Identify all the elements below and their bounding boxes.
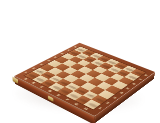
product-photo-scene: ABCDEFGH 12345678 12345678 ♜♞♝♛♚♝♞♜♟♟♟♟♟… <box>0 0 160 123</box>
piece-glyph: ♟ <box>121 66 143 77</box>
brass-clasp <box>48 95 54 101</box>
piece-glyph: ♜ <box>80 90 105 104</box>
brass-hinge <box>12 76 18 83</box>
